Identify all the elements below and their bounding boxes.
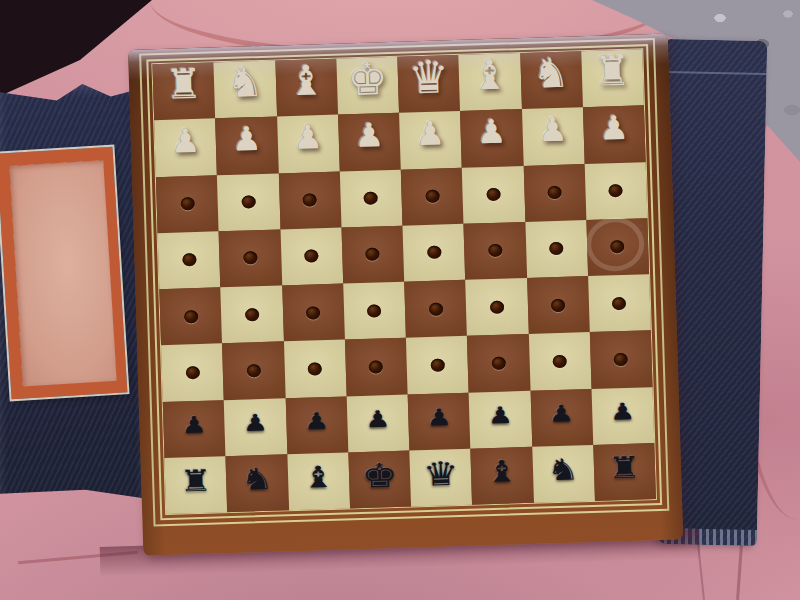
square-b3[interactable]: [523, 164, 586, 222]
square-c1[interactable]: ♝: [459, 53, 522, 111]
white-bishop[interactable]: ♝: [287, 60, 325, 102]
square-g4[interactable]: [219, 229, 282, 287]
square-d4[interactable]: [402, 224, 465, 282]
square-e5[interactable]: [343, 282, 406, 340]
peg-hole: [551, 298, 565, 311]
square-b4[interactable]: [525, 220, 588, 278]
peg-hole: [180, 197, 194, 210]
square-h1[interactable]: ♜: [152, 62, 215, 120]
chess-board: ♜♞♝♚♛♝♞♜♟♟♟♟♟♟♟♟♟♟♟♟♟♟♟♟♜♞♝♚♛♝♞♜: [128, 34, 683, 556]
peg-hole: [612, 297, 626, 310]
peg-hole: [553, 355, 567, 368]
peg-hole: [304, 250, 318, 263]
black-pawn[interactable]: ♟: [549, 402, 575, 426]
square-e7[interactable]: ♟: [346, 394, 409, 452]
square-h5[interactable]: [159, 287, 222, 345]
square-f4[interactable]: [280, 227, 343, 285]
peg-hole: [247, 364, 261, 377]
peg-hole: [303, 193, 317, 206]
peg-hole: [428, 302, 442, 315]
white-pawn[interactable]: ♟: [231, 122, 262, 156]
peg-hole: [245, 308, 259, 321]
square-e3[interactable]: [340, 169, 403, 227]
white-knight[interactable]: ♞: [226, 62, 264, 104]
square-g3[interactable]: [217, 173, 280, 231]
peg-hole: [486, 188, 500, 201]
square-a8[interactable]: ♜: [593, 443, 656, 501]
black-knight[interactable]: ♞: [240, 464, 273, 494]
square-e4[interactable]: [341, 225, 404, 283]
white-pawn[interactable]: ♟: [415, 116, 446, 150]
peg-hole: [488, 244, 502, 257]
square-a7[interactable]: ♟: [591, 387, 654, 445]
peg-hole: [243, 252, 257, 265]
peg-hole: [184, 310, 198, 323]
square-b2[interactable]: ♟: [521, 107, 584, 165]
square-f5[interactable]: [282, 284, 345, 342]
photo-scene: ♜♞♝♚♛♝♞♜♟♟♟♟♟♟♟♟♟♟♟♟♟♟♟♟♜♞♝♚♛♝♞♜: [0, 0, 800, 600]
square-f3[interactable]: [278, 171, 341, 229]
square-a6[interactable]: [590, 330, 653, 388]
black-bishop[interactable]: ♝: [302, 462, 335, 492]
square-e6[interactable]: [345, 338, 408, 396]
square-h4[interactable]: [158, 231, 221, 289]
square-h8[interactable]: ♜: [164, 456, 227, 514]
square-d3[interactable]: [401, 167, 464, 225]
square-h2[interactable]: ♟: [154, 119, 217, 177]
white-pawn[interactable]: ♟: [293, 120, 324, 154]
square-g2[interactable]: ♟: [215, 117, 278, 175]
peg-hole: [367, 304, 381, 317]
square-d1[interactable]: ♛: [397, 55, 460, 113]
square-h3[interactable]: [156, 175, 219, 233]
black-pawn[interactable]: ♟: [365, 407, 391, 431]
square-f7[interactable]: ♟: [285, 396, 348, 454]
white-queen[interactable]: ♛: [408, 54, 450, 100]
black-king[interactable]: ♚: [361, 458, 398, 492]
square-a4[interactable]: [586, 218, 649, 276]
square-c5[interactable]: [465, 278, 528, 336]
peg-hole: [547, 186, 561, 199]
white-rook[interactable]: ♜: [593, 50, 631, 92]
square-d2[interactable]: ♟: [399, 111, 462, 169]
white-rook[interactable]: ♜: [165, 63, 203, 105]
square-c3[interactable]: [462, 165, 525, 223]
square-g7[interactable]: ♟: [224, 398, 287, 456]
square-a1[interactable]: ♜: [581, 49, 644, 107]
black-pawn[interactable]: ♟: [610, 400, 636, 424]
peg-hole: [491, 356, 505, 369]
square-g5[interactable]: [221, 285, 284, 343]
black-bishop[interactable]: ♝: [485, 456, 518, 486]
peg-hole: [609, 184, 623, 197]
peg-hole: [430, 358, 444, 371]
square-h6[interactable]: [161, 344, 224, 402]
white-pawn[interactable]: ♟: [537, 112, 568, 146]
square-b5[interactable]: [527, 276, 590, 334]
square-a3[interactable]: [584, 162, 647, 220]
square-f8[interactable]: ♝: [287, 452, 350, 510]
white-pawn[interactable]: ♟: [170, 124, 201, 158]
square-c8[interactable]: ♝: [471, 447, 534, 505]
square-g6[interactable]: [222, 342, 285, 400]
black-pawn[interactable]: ♟: [426, 405, 452, 429]
square-f2[interactable]: ♟: [277, 115, 340, 173]
board-grid: ♜♞♝♚♛♝♞♜♟♟♟♟♟♟♟♟♟♟♟♟♟♟♟♟♜♞♝♚♛♝♞♜: [152, 49, 656, 514]
square-d8[interactable]: ♛: [409, 448, 472, 506]
white-king[interactable]: ♚: [347, 56, 389, 102]
square-d7[interactable]: ♟: [408, 392, 471, 450]
square-c7[interactable]: ♟: [469, 390, 532, 448]
black-pawn[interactable]: ♟: [304, 409, 330, 433]
black-pawn[interactable]: ♟: [242, 411, 268, 435]
peg-hole: [425, 190, 439, 203]
black-rook[interactable]: ♜: [608, 453, 641, 483]
peg-hole: [364, 192, 378, 205]
square-e1[interactable]: ♚: [336, 57, 399, 115]
white-bishop[interactable]: ♝: [471, 54, 509, 96]
square-f1[interactable]: ♝: [275, 59, 338, 117]
black-pawn[interactable]: ♟: [181, 413, 207, 437]
square-g8[interactable]: ♞: [226, 454, 289, 512]
square-a2[interactable]: ♟: [583, 106, 646, 164]
square-a5[interactable]: [588, 274, 651, 332]
box-interior: [9, 160, 116, 386]
peg-hole: [185, 366, 199, 379]
square-c2[interactable]: ♟: [460, 109, 523, 167]
cardboard-piece-box[interactable]: [0, 147, 127, 400]
square-e8[interactable]: ♚: [348, 450, 411, 508]
peg-hole: [427, 246, 441, 259]
square-d6[interactable]: [406, 336, 469, 394]
white-pawn[interactable]: ♟: [599, 111, 630, 145]
square-e2[interactable]: ♟: [338, 113, 401, 171]
peg-hole: [241, 195, 255, 208]
black-rook[interactable]: ♜: [179, 466, 212, 496]
strap-seam: [667, 71, 767, 75]
square-f6[interactable]: [283, 340, 346, 398]
black-queen[interactable]: ♛: [422, 457, 459, 491]
square-b6[interactable]: [528, 332, 591, 390]
white-pawn[interactable]: ♟: [476, 114, 507, 148]
peg-hole: [490, 300, 504, 313]
peg-hole: [306, 306, 320, 319]
white-pawn[interactable]: ♟: [354, 118, 385, 152]
black-knight[interactable]: ♞: [547, 455, 580, 485]
peg-hole: [308, 362, 322, 375]
square-c6[interactable]: [467, 334, 530, 392]
square-g1[interactable]: ♞: [214, 61, 277, 119]
peg-hole: [366, 248, 380, 261]
square-b7[interactable]: ♟: [530, 389, 593, 447]
peg-hole: [369, 360, 383, 373]
black-pawn[interactable]: ♟: [487, 404, 513, 428]
peg-hole: [549, 242, 563, 255]
square-c4[interactable]: [464, 222, 527, 280]
square-b8[interactable]: ♞: [532, 445, 595, 503]
square-d5[interactable]: [404, 280, 467, 338]
square-b1[interactable]: ♞: [520, 51, 583, 109]
square-h7[interactable]: ♟: [163, 400, 226, 458]
peg-hole: [614, 353, 628, 366]
peg-hole: [610, 240, 624, 253]
white-knight[interactable]: ♞: [532, 52, 570, 94]
peg-hole: [182, 253, 196, 266]
